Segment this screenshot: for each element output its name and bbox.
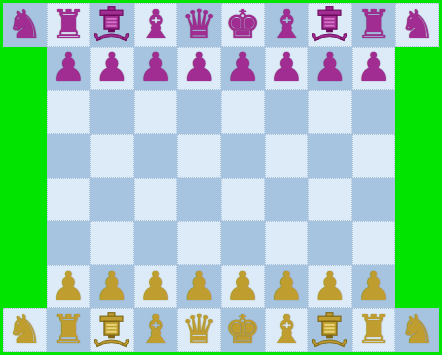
square-c3[interactable] [90, 221, 134, 265]
void-j6 [395, 90, 439, 134]
gold-pawn[interactable]: ♟ [138, 266, 174, 306]
purple-tower-lantern-tower-lantern[interactable] [92, 5, 131, 44]
square-c8[interactable] [90, 3, 134, 47]
square-h7[interactable]: ♟ [308, 47, 352, 91]
square-c1[interactable] [90, 308, 134, 352]
cannon-piece-glyph [310, 311, 349, 350]
purple-rook[interactable]: ♜ [356, 4, 392, 44]
gold-pawn[interactable]: ♟ [181, 266, 217, 306]
square-b1[interactable]: ♜ [47, 308, 91, 352]
gold-queen[interactable]: ♛ [181, 309, 217, 349]
square-f7[interactable]: ♟ [221, 47, 265, 91]
square-d1[interactable]: ♝ [134, 308, 178, 352]
square-a1[interactable]: ♞ [3, 308, 47, 352]
square-e3[interactable] [177, 221, 221, 265]
square-g3[interactable] [265, 221, 309, 265]
cannon-piece-glyph [92, 5, 131, 44]
void-j2 [395, 265, 439, 309]
square-d8[interactable]: ♝ [134, 3, 178, 47]
gold-pawn[interactable]: ♟ [225, 266, 261, 306]
square-d2[interactable]: ♟ [134, 265, 178, 309]
purple-pawn[interactable]: ♟ [94, 47, 130, 87]
square-b8[interactable]: ♜ [47, 3, 91, 47]
square-c2[interactable]: ♟ [90, 265, 134, 309]
square-h4[interactable] [308, 178, 352, 222]
square-i6[interactable] [352, 90, 396, 134]
square-b6[interactable] [47, 90, 91, 134]
void-a7 [3, 47, 47, 91]
square-c5[interactable] [90, 134, 134, 178]
square-e6[interactable] [177, 90, 221, 134]
purple-bishop[interactable]: ♝ [268, 4, 304, 44]
square-c7[interactable]: ♟ [90, 47, 134, 91]
square-h2[interactable]: ♟ [308, 265, 352, 309]
square-a8[interactable]: ♞ [3, 3, 47, 47]
square-j8[interactable]: ♞ [395, 3, 439, 47]
square-f4[interactable] [221, 178, 265, 222]
square-d7[interactable]: ♟ [134, 47, 178, 91]
purple-king[interactable]: ♚ [225, 4, 261, 44]
gold-tower-lantern-tower-lantern[interactable] [310, 311, 349, 350]
square-f8[interactable]: ♚ [221, 3, 265, 47]
square-h6[interactable] [308, 90, 352, 134]
square-g7[interactable]: ♟ [265, 47, 309, 91]
square-b4[interactable] [47, 178, 91, 222]
square-h8[interactable] [308, 3, 352, 47]
square-h3[interactable] [308, 221, 352, 265]
square-f6[interactable] [221, 90, 265, 134]
purple-pawn[interactable]: ♟ [181, 47, 217, 87]
square-g6[interactable] [265, 90, 309, 134]
square-g2[interactable]: ♟ [265, 265, 309, 309]
purple-knight[interactable]: ♞ [7, 4, 43, 44]
gold-tower-lantern-tower-lantern[interactable] [92, 311, 131, 350]
purple-pawn[interactable]: ♟ [356, 47, 392, 87]
square-c4[interactable] [90, 178, 134, 222]
square-d5[interactable] [134, 134, 178, 178]
purple-bishop[interactable]: ♝ [138, 4, 174, 44]
square-e4[interactable] [177, 178, 221, 222]
square-g4[interactable] [265, 178, 309, 222]
cannon-piece-glyph [92, 311, 131, 350]
square-e7[interactable]: ♟ [177, 47, 221, 91]
void-j4 [395, 178, 439, 222]
gold-pawn[interactable]: ♟ [268, 266, 304, 306]
square-i5[interactable] [352, 134, 396, 178]
gold-pawn[interactable]: ♟ [312, 266, 348, 306]
gold-bishop[interactable]: ♝ [138, 309, 174, 349]
void-j7 [395, 47, 439, 91]
gold-king[interactable]: ♚ [225, 309, 261, 349]
square-d4[interactable] [134, 178, 178, 222]
square-e1[interactable]: ♛ [177, 308, 221, 352]
square-i7[interactable]: ♟ [352, 47, 396, 91]
gold-knight[interactable]: ♞ [399, 309, 435, 349]
square-b5[interactable] [47, 134, 91, 178]
purple-pawn[interactable]: ♟ [268, 47, 304, 87]
square-e5[interactable] [177, 134, 221, 178]
void-a4 [3, 178, 47, 222]
purple-pawn[interactable]: ♟ [138, 47, 174, 87]
square-i2[interactable]: ♟ [352, 265, 396, 309]
chess-board: ♞♜♝♛♚♝♜♞♟♟♟♟♟♟♟♟♟♟♟♟♟♟♟♟♞♜♝♛♚♝♜♞ [3, 3, 439, 352]
purple-pawn[interactable]: ♟ [50, 47, 86, 87]
gold-rook[interactable]: ♜ [356, 309, 392, 349]
square-g8[interactable]: ♝ [265, 3, 309, 47]
square-d6[interactable] [134, 90, 178, 134]
void-j3 [395, 221, 439, 265]
app-window: { "game": "chess variant on a Gustavian-… [0, 0, 442, 355]
void-a5 [3, 134, 47, 178]
purple-pawn[interactable]: ♟ [312, 47, 348, 87]
square-f2[interactable]: ♟ [221, 265, 265, 309]
void-a6 [3, 90, 47, 134]
square-j1[interactable]: ♞ [395, 308, 439, 352]
void-a2 [3, 265, 47, 309]
square-e2[interactable]: ♟ [177, 265, 221, 309]
square-c6[interactable] [90, 90, 134, 134]
gold-pawn[interactable]: ♟ [356, 266, 392, 306]
void-a3 [3, 221, 47, 265]
square-f3[interactable] [221, 221, 265, 265]
square-h5[interactable] [308, 134, 352, 178]
gold-rook[interactable]: ♜ [50, 309, 86, 349]
purple-tower-lantern-tower-lantern[interactable] [310, 5, 349, 44]
square-f1[interactable]: ♚ [221, 308, 265, 352]
purple-queen[interactable]: ♛ [181, 4, 217, 44]
square-f5[interactable] [221, 134, 265, 178]
square-i3[interactable] [352, 221, 396, 265]
square-i1[interactable]: ♜ [352, 308, 396, 352]
purple-rook[interactable]: ♜ [50, 4, 86, 44]
gold-bishop[interactable]: ♝ [268, 309, 304, 349]
square-b3[interactable] [47, 221, 91, 265]
gold-pawn[interactable]: ♟ [50, 266, 86, 306]
square-i4[interactable] [352, 178, 396, 222]
purple-knight[interactable]: ♞ [399, 4, 435, 44]
square-i8[interactable]: ♜ [352, 3, 396, 47]
square-d3[interactable] [134, 221, 178, 265]
void-j5 [395, 134, 439, 178]
purple-pawn[interactable]: ♟ [225, 47, 261, 87]
square-b7[interactable]: ♟ [47, 47, 91, 91]
gold-pawn[interactable]: ♟ [94, 266, 130, 306]
square-g1[interactable]: ♝ [265, 308, 309, 352]
square-b2[interactable]: ♟ [47, 265, 91, 309]
square-e8[interactable]: ♛ [177, 3, 221, 47]
cannon-piece-glyph [310, 5, 349, 44]
square-g5[interactable] [265, 134, 309, 178]
square-h1[interactable] [308, 308, 352, 352]
gold-knight[interactable]: ♞ [7, 309, 43, 349]
